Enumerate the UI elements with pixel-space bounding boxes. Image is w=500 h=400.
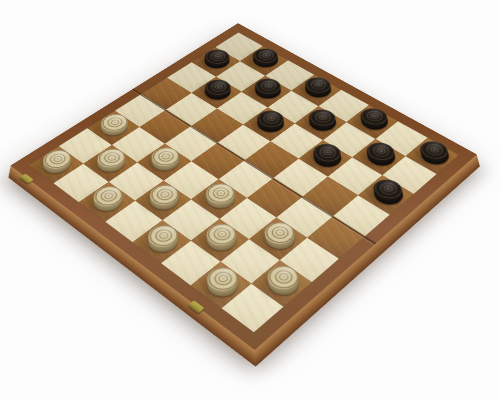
board-grid: ⛂⛂⛂⛂⛂⛂⛂⛂⛂⛂⛂⛂⛀⛀⛀⛀⛀⛀⛀⛀⛀⛀⛀⛀ xyxy=(29,33,459,333)
square-r3c6[interactable]: ⛂ xyxy=(299,140,352,176)
brass-fitting-right xyxy=(187,300,204,313)
brass-fitting-left xyxy=(19,174,34,184)
black-man[interactable]: ⛂ xyxy=(308,141,346,167)
board-perspective-wrapper: ⛂⛂⛂⛂⛂⛂⛂⛂⛂⛂⛂⛂⛀⛀⛀⛀⛀⛀⛀⛀⛀⛀⛀⛀ xyxy=(10,23,476,350)
photo-stage: ⛂⛂⛂⛂⛂⛂⛂⛂⛂⛂⛂⛂⛀⛀⛀⛀⛀⛀⛀⛀⛀⛀⛀⛀ xyxy=(0,0,500,400)
checkers-board: ⛂⛂⛂⛂⛂⛂⛂⛂⛂⛂⛂⛂⛀⛀⛀⛀⛀⛀⛀⛀⛀⛀⛀⛀ xyxy=(10,23,476,350)
